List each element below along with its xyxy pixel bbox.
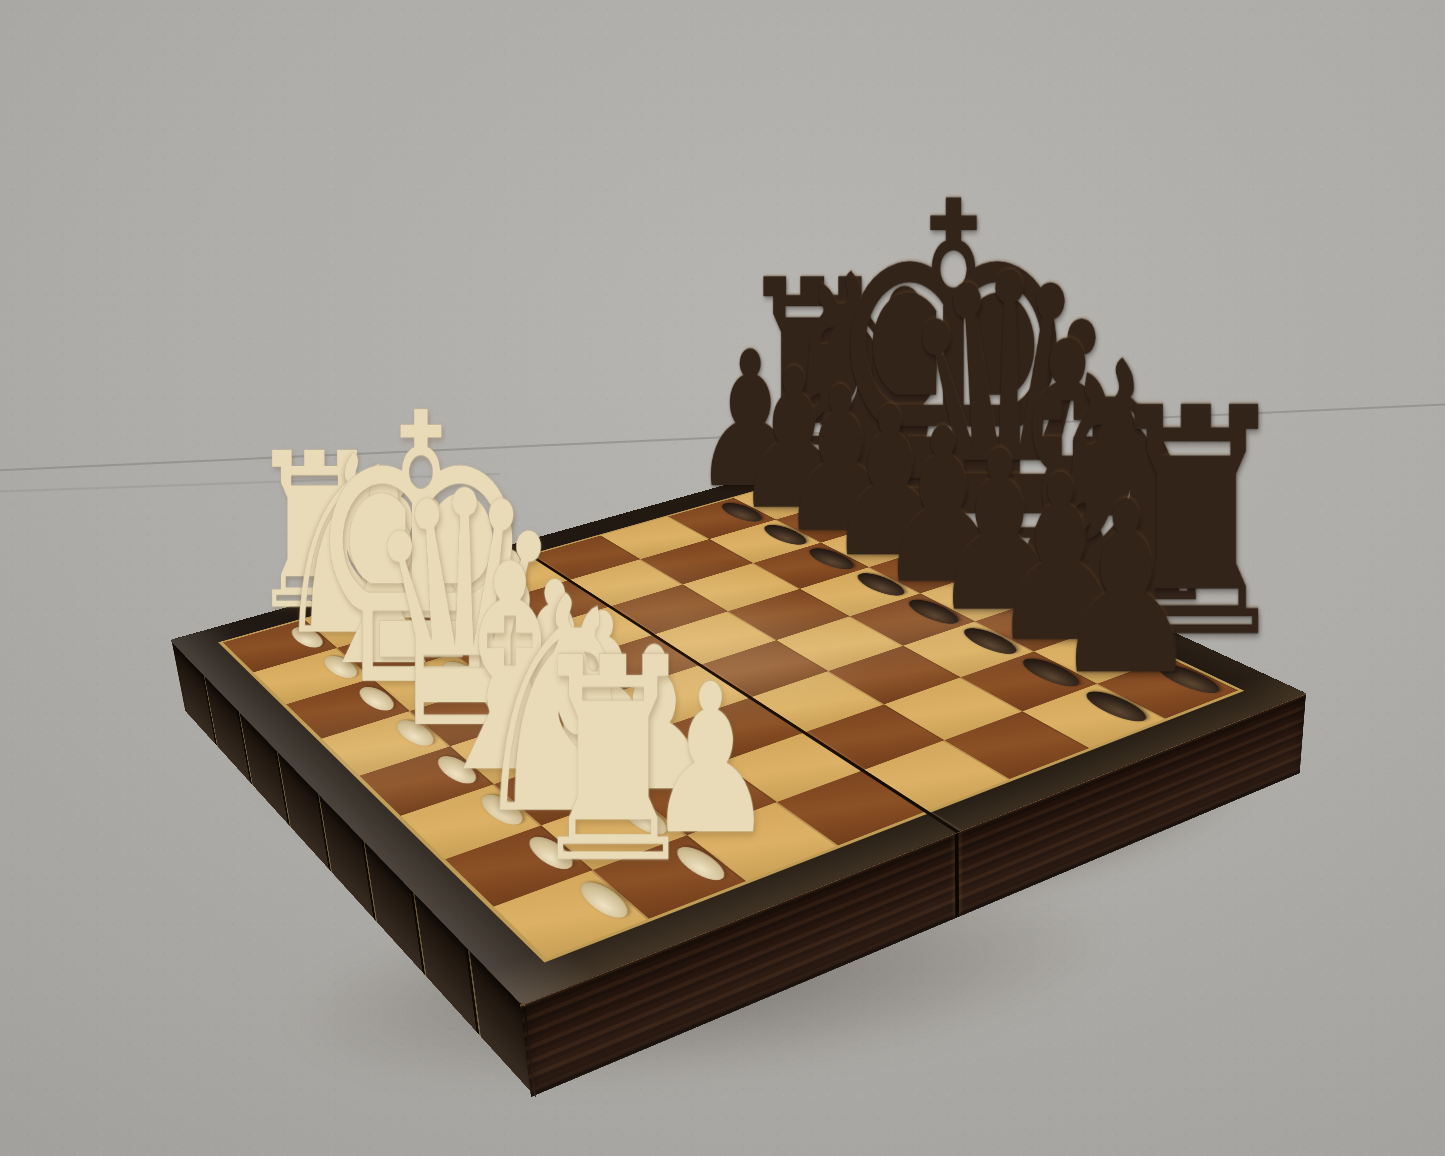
photo-stage: ♜♞♝♛♚♝♞♜♟♟♟♟♟♟♟♟♟♟♟♟♟♟♟♟♜♞♝♛♚♝♞♜: [0, 0, 1445, 1156]
chess-board: ♜♞♝♛♚♝♞♜♟♟♟♟♟♟♟♟♟♟♟♟♟♟♟♟♜♞♝♛♚♝♞♜: [170, 462, 1308, 1005]
white-rook-glyph: ♜: [525, 621, 701, 902]
black-pawn-glyph: ♟: [1051, 470, 1200, 707]
